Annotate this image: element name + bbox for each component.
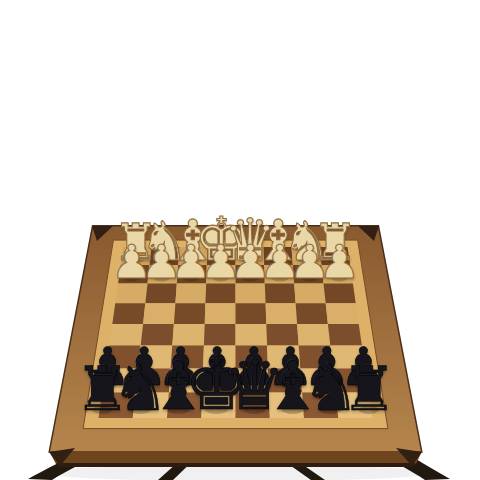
square-e4[interactable] [205,303,236,324]
table-apron [49,451,422,464]
square-f4[interactable] [174,303,206,324]
apron-shadow-line [56,463,416,467]
square-d4[interactable] [236,303,267,324]
square-g4[interactable] [143,303,175,324]
square-a4[interactable] [326,303,359,324]
square-c4[interactable] [266,303,298,324]
piece-black-rook[interactable]: ♜ [342,358,397,419]
ground-shadow [43,465,433,480]
piece-white-pawn[interactable]: ♟ [318,239,360,286]
square-b4[interactable] [296,303,328,324]
square-h4[interactable] [112,303,145,324]
chess-table-photo: ♜♞♝♚♛♝♞♜♟♟♟♟♟♟♟♟♟♟♟♟♟♟♟♟♜♞♝♚♛♝♞♜ [0,0,480,480]
